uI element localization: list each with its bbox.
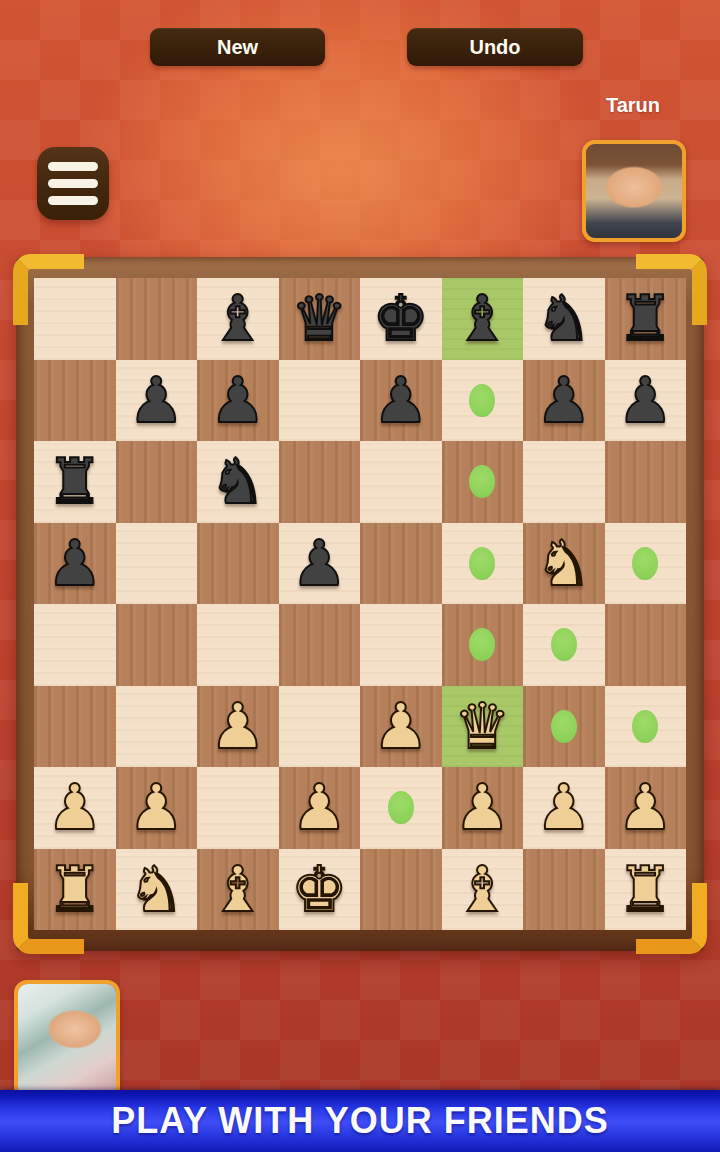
square-g6[interactable] <box>523 441 605 523</box>
square-h6[interactable] <box>605 441 687 523</box>
piece-white-pawn: ♟ <box>454 776 510 839</box>
square-f2[interactable]: ♟ <box>442 767 524 849</box>
legal-move-dot <box>551 628 577 661</box>
square-g3[interactable] <box>523 686 605 768</box>
square-e4[interactable] <box>360 604 442 686</box>
square-f6[interactable] <box>442 441 524 523</box>
piece-white-knight: ♞ <box>128 858 184 921</box>
piece-white-knight: ♞ <box>536 532 592 595</box>
square-g5[interactable]: ♞ <box>523 523 605 605</box>
square-c3[interactable]: ♟ <box>197 686 279 768</box>
square-d5[interactable]: ♟ <box>279 523 361 605</box>
square-a1[interactable]: ♜ <box>34 849 116 931</box>
piece-black-rook: ♜ <box>617 287 673 350</box>
square-g8[interactable]: ♞ <box>523 278 605 360</box>
legal-move-dot <box>469 465 495 498</box>
legal-move-dot <box>632 547 658 580</box>
piece-black-pawn: ♟ <box>291 532 347 595</box>
piece-black-rook: ♜ <box>47 450 103 513</box>
square-h4[interactable] <box>605 604 687 686</box>
piece-white-pawn: ♟ <box>210 695 266 758</box>
square-a5[interactable]: ♟ <box>34 523 116 605</box>
piece-black-pawn: ♟ <box>47 532 103 595</box>
square-c4[interactable] <box>197 604 279 686</box>
piece-white-pawn: ♟ <box>373 695 429 758</box>
opponent-name: Tarun <box>583 94 683 117</box>
piece-white-pawn: ♟ <box>291 776 347 839</box>
piece-black-bishop: ♝ <box>454 287 510 350</box>
square-b6[interactable] <box>116 441 198 523</box>
player-avatar-photo <box>18 984 116 1097</box>
piece-white-rook: ♜ <box>617 858 673 921</box>
piece-white-queen: ♛ <box>454 695 510 758</box>
square-c8[interactable]: ♝ <box>197 278 279 360</box>
square-b3[interactable] <box>116 686 198 768</box>
piece-black-bishop: ♝ <box>210 287 266 350</box>
opponent-avatar-photo <box>586 144 682 238</box>
square-h5[interactable] <box>605 523 687 605</box>
menu-bar <box>48 179 98 188</box>
square-a3[interactable] <box>34 686 116 768</box>
square-c5[interactable] <box>197 523 279 605</box>
square-b5[interactable] <box>116 523 198 605</box>
square-g7[interactable]: ♟ <box>523 360 605 442</box>
square-f3[interactable]: ♛ <box>442 686 524 768</box>
piece-black-pawn: ♟ <box>617 369 673 432</box>
square-d1[interactable]: ♚ <box>279 849 361 931</box>
piece-white-pawn: ♟ <box>617 776 673 839</box>
legal-move-dot <box>388 791 414 824</box>
piece-black-pawn: ♟ <box>128 369 184 432</box>
banner-text: PLAY WITH YOUR FRIENDS <box>111 1100 608 1142</box>
square-a6[interactable]: ♜ <box>34 441 116 523</box>
legal-move-dot <box>469 384 495 417</box>
square-c7[interactable]: ♟ <box>197 360 279 442</box>
square-a2[interactable]: ♟ <box>34 767 116 849</box>
square-b4[interactable] <box>116 604 198 686</box>
square-g1[interactable] <box>523 849 605 931</box>
legal-move-dot <box>632 710 658 743</box>
square-e8[interactable]: ♚ <box>360 278 442 360</box>
legal-move-dot <box>469 547 495 580</box>
player-avatar[interactable] <box>14 980 120 1101</box>
square-d8[interactable]: ♛ <box>279 278 361 360</box>
square-d3[interactable] <box>279 686 361 768</box>
piece-white-bishop: ♝ <box>454 858 510 921</box>
chess-board-frame: ♝♛♚♝♞♜♟♟♟♟♟♜♞♟♟♞♟♟♛♟♟♟♟♟♟♜♞♝♚♝♜ <box>16 257 704 951</box>
square-e2[interactable] <box>360 767 442 849</box>
piece-white-pawn: ♟ <box>536 776 592 839</box>
piece-white-pawn: ♟ <box>128 776 184 839</box>
square-d4[interactable] <box>279 604 361 686</box>
piece-white-bishop: ♝ <box>210 858 266 921</box>
square-b1[interactable]: ♞ <box>116 849 198 931</box>
menu-bar <box>48 162 98 171</box>
square-e3[interactable]: ♟ <box>360 686 442 768</box>
square-a8[interactable] <box>34 278 116 360</box>
square-g2[interactable]: ♟ <box>523 767 605 849</box>
legal-move-dot <box>469 628 495 661</box>
square-e7[interactable]: ♟ <box>360 360 442 442</box>
square-h3[interactable] <box>605 686 687 768</box>
square-h7[interactable]: ♟ <box>605 360 687 442</box>
square-f8[interactable]: ♝ <box>442 278 524 360</box>
play-with-friends-banner[interactable]: PLAY WITH YOUR FRIENDS <box>0 1090 720 1152</box>
piece-black-king: ♚ <box>373 287 429 350</box>
square-h8[interactable]: ♜ <box>605 278 687 360</box>
square-b7[interactable]: ♟ <box>116 360 198 442</box>
new-button[interactable]: New <box>150 28 325 66</box>
square-g4[interactable] <box>523 604 605 686</box>
legal-move-dot <box>551 710 577 743</box>
square-c6[interactable]: ♞ <box>197 441 279 523</box>
square-d2[interactable]: ♟ <box>279 767 361 849</box>
undo-button[interactable]: Undo <box>407 28 583 66</box>
square-f4[interactable] <box>442 604 524 686</box>
piece-black-pawn: ♟ <box>536 369 592 432</box>
square-c1[interactable]: ♝ <box>197 849 279 931</box>
square-f1[interactable]: ♝ <box>442 849 524 931</box>
menu-bar <box>48 196 98 205</box>
square-a4[interactable] <box>34 604 116 686</box>
square-e1[interactable] <box>360 849 442 931</box>
piece-black-pawn: ♟ <box>210 369 266 432</box>
square-h2[interactable]: ♟ <box>605 767 687 849</box>
piece-white-king: ♚ <box>291 858 347 921</box>
square-e6[interactable] <box>360 441 442 523</box>
piece-black-queen: ♛ <box>291 287 347 350</box>
menu-button[interactable] <box>37 147 109 220</box>
piece-black-knight: ♞ <box>210 450 266 513</box>
piece-black-knight: ♞ <box>536 287 592 350</box>
piece-white-rook: ♜ <box>47 858 103 921</box>
hamburger-icon <box>48 162 98 205</box>
square-f5[interactable] <box>442 523 524 605</box>
piece-black-pawn: ♟ <box>373 369 429 432</box>
square-b8[interactable] <box>116 278 198 360</box>
square-e5[interactable] <box>360 523 442 605</box>
square-d6[interactable] <box>279 441 361 523</box>
square-h1[interactable]: ♜ <box>605 849 687 931</box>
square-f7[interactable] <box>442 360 524 442</box>
square-d7[interactable] <box>279 360 361 442</box>
square-b2[interactable]: ♟ <box>116 767 198 849</box>
chess-board: ♝♛♚♝♞♜♟♟♟♟♟♜♞♟♟♞♟♟♛♟♟♟♟♟♟♜♞♝♚♝♜ <box>34 278 686 930</box>
square-c2[interactable] <box>197 767 279 849</box>
piece-white-pawn: ♟ <box>47 776 103 839</box>
square-a7[interactable] <box>34 360 116 442</box>
opponent-avatar[interactable] <box>582 140 686 242</box>
